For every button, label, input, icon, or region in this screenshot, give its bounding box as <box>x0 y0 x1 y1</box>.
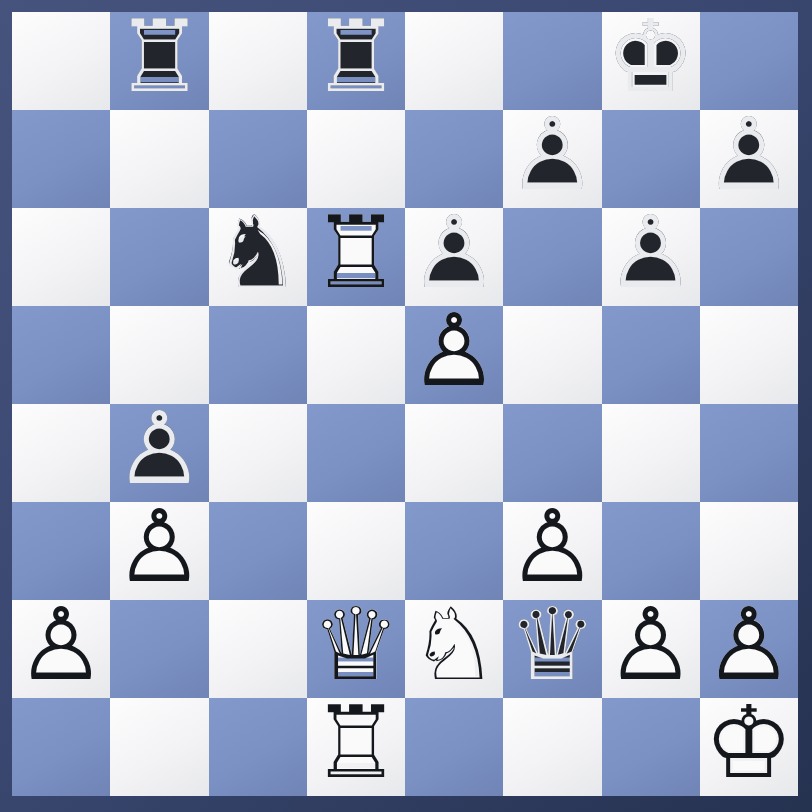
piece-black-pawn[interactable]: ♟♙ <box>602 208 700 306</box>
piece-outline-glyph: ♕ <box>307 596 405 694</box>
square-a2[interactable]: ♟♙ <box>12 600 110 698</box>
piece-black-king[interactable]: ♚♔ <box>602 12 700 110</box>
piece-outline-glyph: ♙ <box>602 204 700 302</box>
square-g1[interactable] <box>602 698 700 796</box>
square-h6[interactable] <box>700 208 798 306</box>
piece-outline-glyph: ♔ <box>700 694 798 792</box>
piece-outline-glyph: ♙ <box>700 106 798 204</box>
piece-black-rook[interactable]: ♜♖ <box>307 12 405 110</box>
square-a8[interactable] <box>12 12 110 110</box>
piece-outline-glyph: ♖ <box>307 694 405 792</box>
square-h7[interactable]: ♟♙ <box>700 110 798 208</box>
square-h1[interactable]: ♚♔ <box>700 698 798 796</box>
square-f5[interactable] <box>503 306 601 404</box>
piece-outline-glyph: ♘ <box>405 596 503 694</box>
square-d5[interactable] <box>307 306 405 404</box>
piece-outline-glyph: ♖ <box>307 8 405 106</box>
square-b2[interactable] <box>110 600 208 698</box>
piece-outline-glyph: ♙ <box>503 498 601 596</box>
piece-white-knight[interactable]: ♞♘ <box>405 600 503 698</box>
square-c8[interactable] <box>209 12 307 110</box>
piece-black-knight[interactable]: ♞♘ <box>209 208 307 306</box>
square-d1[interactable]: ♜♖ <box>307 698 405 796</box>
piece-outline-glyph: ♔ <box>602 8 700 106</box>
square-e4[interactable] <box>405 404 503 502</box>
piece-outline-glyph: ♕ <box>503 596 601 694</box>
piece-outline-glyph: ♙ <box>700 596 798 694</box>
square-g4[interactable] <box>602 404 700 502</box>
piece-outline-glyph: ♙ <box>110 400 208 498</box>
square-a1[interactable] <box>12 698 110 796</box>
square-e8[interactable] <box>405 12 503 110</box>
square-f6[interactable] <box>503 208 601 306</box>
piece-white-pawn[interactable]: ♟♙ <box>110 502 208 600</box>
square-c1[interactable] <box>209 698 307 796</box>
square-b8[interactable]: ♜♖ <box>110 12 208 110</box>
piece-white-rook[interactable]: ♜♖ <box>307 208 405 306</box>
square-b1[interactable] <box>110 698 208 796</box>
piece-outline-glyph: ♘ <box>209 204 307 302</box>
square-g8[interactable]: ♚♔ <box>602 12 700 110</box>
piece-black-queen[interactable]: ♛♕ <box>503 600 601 698</box>
square-a7[interactable] <box>12 110 110 208</box>
piece-outline-glyph: ♙ <box>503 106 601 204</box>
square-f2[interactable]: ♛♕ <box>503 600 601 698</box>
chess-board: ♜♖♜♖♚♔♟♙♟♙♞♘♜♖♟♙♟♙♟♙♟♙♟♙♟♙♟♙♛♕♞♘♛♕♟♙♟♙♜♖… <box>12 12 798 796</box>
square-c2[interactable] <box>209 600 307 698</box>
square-g6[interactable]: ♟♙ <box>602 208 700 306</box>
square-f7[interactable]: ♟♙ <box>503 110 601 208</box>
piece-white-pawn[interactable]: ♟♙ <box>602 600 700 698</box>
square-a4[interactable] <box>12 404 110 502</box>
piece-white-pawn[interactable]: ♟♙ <box>12 600 110 698</box>
square-b7[interactable] <box>110 110 208 208</box>
square-a6[interactable] <box>12 208 110 306</box>
square-d4[interactable] <box>307 404 405 502</box>
square-e5[interactable]: ♟♙ <box>405 306 503 404</box>
piece-outline-glyph: ♙ <box>110 498 208 596</box>
piece-outline-glyph: ♙ <box>12 596 110 694</box>
piece-white-king[interactable]: ♚♔ <box>700 698 798 796</box>
square-c3[interactable] <box>209 502 307 600</box>
square-f1[interactable] <box>503 698 601 796</box>
piece-outline-glyph: ♖ <box>307 204 405 302</box>
piece-black-pawn[interactable]: ♟♙ <box>503 110 601 208</box>
piece-outline-glyph: ♙ <box>405 204 503 302</box>
piece-outline-glyph: ♖ <box>110 8 208 106</box>
square-c5[interactable] <box>209 306 307 404</box>
square-d8[interactable]: ♜♖ <box>307 12 405 110</box>
piece-outline-glyph: ♙ <box>602 596 700 694</box>
square-b6[interactable] <box>110 208 208 306</box>
square-e1[interactable] <box>405 698 503 796</box>
square-a5[interactable] <box>12 306 110 404</box>
square-c4[interactable] <box>209 404 307 502</box>
square-g2[interactable]: ♟♙ <box>602 600 700 698</box>
square-h4[interactable] <box>700 404 798 502</box>
piece-white-rook[interactable]: ♜♖ <box>307 698 405 796</box>
square-g5[interactable] <box>602 306 700 404</box>
square-c6[interactable]: ♞♘ <box>209 208 307 306</box>
piece-white-pawn[interactable]: ♟♙ <box>405 306 503 404</box>
board-frame: ♜♖♜♖♚♔♟♙♟♙♞♘♜♖♟♙♟♙♟♙♟♙♟♙♟♙♟♙♛♕♞♘♛♕♟♙♟♙♜♖… <box>0 0 812 812</box>
piece-black-pawn[interactable]: ♟♙ <box>700 110 798 208</box>
square-e2[interactable]: ♞♘ <box>405 600 503 698</box>
piece-outline-glyph: ♙ <box>405 302 503 400</box>
square-h5[interactable] <box>700 306 798 404</box>
square-b3[interactable]: ♟♙ <box>110 502 208 600</box>
piece-black-rook[interactable]: ♜♖ <box>110 12 208 110</box>
square-d6[interactable]: ♜♖ <box>307 208 405 306</box>
